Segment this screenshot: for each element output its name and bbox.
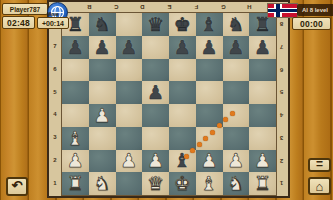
black-pawn-g7: ♟	[227, 38, 244, 57]
black-knight-b8: ♞	[94, 15, 111, 34]
square-h4[interactable]	[249, 104, 276, 127]
square-e3[interactable]	[169, 127, 196, 150]
move-trail-dot-4	[203, 136, 208, 141]
square-d8[interactable]: ♛	[142, 13, 169, 36]
home-icon: ⌂	[316, 179, 324, 194]
square-h7[interactable]: ♟	[249, 36, 276, 59]
square-d3[interactable]	[142, 127, 169, 150]
rank-label-3: 3	[49, 126, 61, 149]
player-name: Player787	[10, 6, 40, 13]
file-label-f: F	[183, 2, 210, 12]
black-king-e8: ♚	[174, 15, 191, 34]
black-queen-d8: ♛	[147, 15, 164, 34]
white-pawn-f2: ♟	[201, 151, 218, 170]
square-a6[interactable]	[62, 59, 89, 82]
move-bonus-plate: +00:14	[37, 17, 69, 29]
square-h2[interactable]: ♟	[249, 150, 276, 173]
white-bishop-a3: ♝	[67, 129, 84, 148]
chess-app-screen: ABCDEFGH 87654321 87654321 ♜♞♛♚♝♞♜♟♟♟♟♟♟…	[0, 0, 333, 200]
square-d4[interactable]	[142, 104, 169, 127]
square-a3[interactable]: ♝	[62, 127, 89, 150]
square-c6[interactable]	[116, 59, 143, 82]
square-g4[interactable]	[223, 104, 250, 127]
square-b8[interactable]: ♞	[89, 13, 116, 36]
white-queen-d1: ♛	[147, 174, 164, 193]
square-f8[interactable]: ♝	[196, 13, 223, 36]
square-c5[interactable]	[116, 81, 143, 104]
square-e6[interactable]	[169, 59, 196, 82]
square-g7[interactable]: ♟	[223, 36, 250, 59]
square-f2[interactable]: ♟	[196, 150, 223, 173]
black-pawn-a7: ♟	[67, 38, 84, 57]
file-label-h: H	[236, 2, 263, 12]
square-h1[interactable]: ♜	[249, 172, 276, 195]
square-e1[interactable]: ♚	[169, 172, 196, 195]
square-a2[interactable]: ♟	[62, 150, 89, 173]
square-c4[interactable]	[116, 104, 143, 127]
square-c1[interactable]	[116, 172, 143, 195]
square-h6[interactable]	[249, 59, 276, 82]
black-pawn-f7: ♟	[201, 38, 218, 57]
rank-label-7: 7	[49, 35, 61, 58]
move-trail-dot-2	[190, 148, 195, 153]
home-button[interactable]: ⌂	[308, 177, 331, 195]
square-e2[interactable]: ♝	[169, 150, 196, 173]
square-d5[interactable]: ♟	[142, 81, 169, 104]
draw-button[interactable]: =	[308, 158, 331, 172]
board-squares: ♜♞♛♚♝♞♜♟♟♟♟♟♟♟♟♟♝♟♟♟♝♟♟♟♜♞♛♚♝♞♜	[61, 12, 277, 196]
square-c7[interactable]: ♟	[116, 36, 143, 59]
square-g5[interactable]	[223, 81, 250, 104]
square-h5[interactable]	[249, 81, 276, 104]
square-e8[interactable]: ♚	[169, 13, 196, 36]
rank-label-2: 2	[49, 149, 61, 172]
square-d7[interactable]	[142, 36, 169, 59]
move-trail-dot-3	[197, 142, 202, 147]
move-trail-dot-8	[230, 111, 235, 116]
square-a7[interactable]: ♟	[62, 36, 89, 59]
black-pawn-d5: ♟	[147, 83, 164, 102]
ai-level-badge: AI 8 level	[297, 4, 333, 16]
rank-label-5: 5	[49, 80, 61, 103]
square-e7[interactable]: ♟	[169, 36, 196, 59]
square-e4[interactable]	[169, 104, 196, 127]
file-label-e: E	[156, 2, 183, 12]
square-b1[interactable]: ♞	[89, 172, 116, 195]
square-b3[interactable]	[89, 127, 116, 150]
square-g8[interactable]: ♞	[223, 13, 250, 36]
square-c3[interactable]	[116, 127, 143, 150]
black-pawn-h7: ♟	[254, 38, 271, 57]
file-label-g: G	[210, 2, 237, 12]
square-b5[interactable]	[89, 81, 116, 104]
square-a5[interactable]	[62, 81, 89, 104]
square-h3[interactable]	[249, 127, 276, 150]
white-pawn-h2: ♟	[254, 151, 271, 170]
square-c2[interactable]: ♟	[116, 150, 143, 173]
file-label-c: C	[103, 2, 130, 12]
white-bishop-f1: ♝	[201, 174, 218, 193]
square-f7[interactable]: ♟	[196, 36, 223, 59]
square-e5[interactable]	[169, 81, 196, 104]
white-pawn-a2: ♟	[67, 151, 84, 170]
square-f5[interactable]	[196, 81, 223, 104]
file-label-b: B	[76, 2, 103, 12]
black-rook-a8: ♜	[67, 15, 84, 34]
black-knight-g8: ♞	[227, 15, 244, 34]
rank-label-1: 1	[49, 171, 61, 194]
black-pawn-c7: ♟	[120, 38, 137, 57]
chess-board: ABCDEFGH 87654321 87654321 ♜♞♛♚♝♞♜♟♟♟♟♟♟…	[47, 0, 290, 198]
rank-labels-left: 87654321	[49, 12, 61, 194]
square-g3[interactable]	[223, 127, 250, 150]
square-b6[interactable]	[89, 59, 116, 82]
square-f6[interactable]	[196, 59, 223, 82]
black-clock: 00:00	[292, 17, 331, 30]
white-pawn-b4: ♟	[94, 106, 111, 125]
square-d6[interactable]	[142, 59, 169, 82]
norway-flag	[267, 3, 298, 18]
black-bishop-f8: ♝	[201, 15, 218, 34]
move-trail-dot-5	[210, 130, 215, 135]
square-d1[interactable]: ♛	[142, 172, 169, 195]
undo-button[interactable]: ↶	[6, 177, 28, 196]
white-pawn-g2: ♟	[227, 151, 244, 170]
black-pawn-e7: ♟	[174, 38, 191, 57]
file-label-d: D	[129, 2, 156, 12]
white-pawn-d2: ♟	[147, 151, 164, 170]
white-king-e1: ♚	[174, 174, 191, 193]
undo-icon: ↶	[12, 178, 23, 193]
white-knight-g1: ♞	[227, 174, 244, 193]
square-g6[interactable]	[223, 59, 250, 82]
square-a4[interactable]	[62, 104, 89, 127]
square-b7[interactable]: ♟	[89, 36, 116, 59]
square-f1[interactable]: ♝	[196, 172, 223, 195]
equals-icon: =	[316, 157, 323, 171]
white-rook-a1: ♜	[67, 174, 84, 193]
file-labels-top: ABCDEFGH	[49, 2, 263, 12]
white-rook-h1: ♜	[254, 174, 271, 193]
square-c8[interactable]	[116, 13, 143, 36]
black-pawn-b7: ♟	[94, 38, 111, 57]
square-g2[interactable]: ♟	[223, 150, 250, 173]
white-clock: 02:48	[2, 16, 35, 29]
rank-label-4: 4	[49, 103, 61, 126]
square-d2[interactable]: ♟	[142, 150, 169, 173]
move-trail-dot-6	[217, 123, 222, 128]
square-a1[interactable]: ♜	[62, 172, 89, 195]
move-trail-dot-1	[184, 154, 189, 159]
square-b4[interactable]: ♟	[89, 104, 116, 127]
white-knight-b1: ♞	[94, 174, 111, 193]
square-b2[interactable]	[89, 150, 116, 173]
rank-label-6: 6	[49, 58, 61, 81]
square-g1[interactable]: ♞	[223, 172, 250, 195]
white-pawn-c2: ♟	[120, 151, 137, 170]
